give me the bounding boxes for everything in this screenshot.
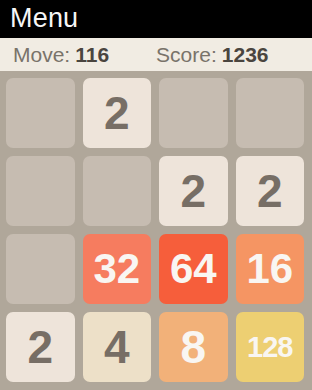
empty-cell [6,156,75,226]
statusbar: Move: 116 Score: 1236 [0,38,312,71]
empty-cell [83,156,152,226]
tile-4: 4 [83,312,152,382]
tile-8: 8 [159,312,228,382]
titlebar: Menu [0,0,312,38]
move-label: Move: [13,43,70,67]
menu-button[interactable]: Menu [10,5,78,34]
tile-64: 64 [159,234,228,304]
empty-cell [236,78,305,148]
empty-cell [6,78,75,148]
move-value: 116 [75,43,109,67]
tile-2: 2 [6,312,75,382]
tile-16: 16 [236,234,305,304]
score-counter: Score: 1236 [156,43,268,67]
watch-screen: Menu Move: 116 Score: 1236 2223264162481… [0,0,312,390]
tile-2: 2 [159,156,228,226]
tile-2: 2 [236,156,305,226]
tile-128: 128 [236,312,305,382]
score-value: 1236 [222,43,269,67]
tile-2: 2 [83,78,152,148]
empty-cell [6,234,75,304]
score-label: Score: [156,43,217,67]
tile-32: 32 [83,234,152,304]
move-counter: Move: 116 [13,43,109,67]
board[interactable]: 222326416248128 [0,71,312,390]
empty-cell [159,78,228,148]
